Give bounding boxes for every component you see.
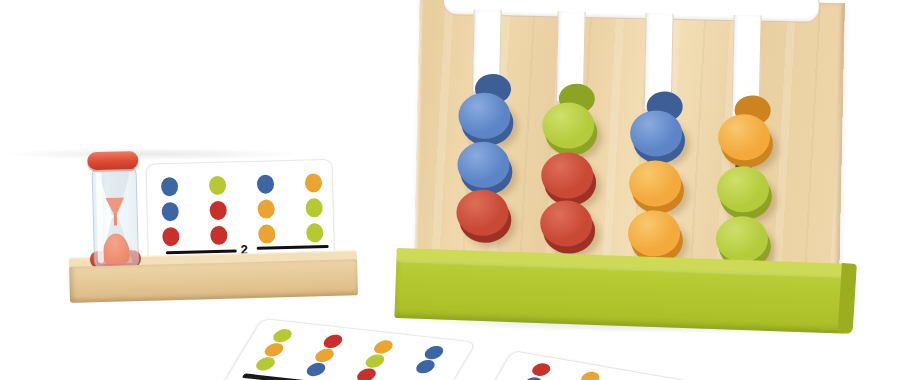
sand-timer[interactable] — [92, 166, 140, 269]
card-a-dot-blue — [413, 359, 438, 374]
card-a-dot-green — [362, 353, 387, 368]
card-a-dot-blue — [303, 362, 328, 377]
card-b-dot-orange — [578, 370, 602, 380]
disc-red[interactable] — [541, 152, 594, 199]
disc-red[interactable] — [456, 189, 509, 236]
card-a-dot-orange — [371, 339, 396, 354]
task-card-dot-green — [208, 175, 225, 194]
disc-orange[interactable] — [629, 160, 682, 207]
card-a-dot-blue — [421, 345, 446, 360]
task-card-dot-green — [305, 198, 322, 217]
timer-sand-pile — [102, 233, 130, 264]
card-a-dot-green — [270, 328, 295, 343]
card-stand-group: 2 — [60, 140, 369, 318]
base-right-end — [838, 263, 857, 334]
disc-red[interactable] — [540, 200, 593, 247]
disc-orange[interactable] — [718, 114, 771, 161]
card-a-dot-green — [253, 356, 278, 371]
disc-blue[interactable] — [458, 92, 511, 139]
task-card-line-right — [257, 245, 329, 250]
task-card-dot-orange — [304, 173, 321, 192]
disc-blue[interactable] — [457, 141, 510, 188]
task-card-dot-red — [162, 226, 179, 245]
card-a-dot-red — [320, 333, 345, 348]
card-b-dot-red — [529, 362, 553, 377]
card-b-dot-blue — [521, 376, 545, 380]
card-a-dot-orange — [312, 347, 337, 362]
task-card-dot-blue — [161, 201, 178, 220]
task-card-dot-green — [306, 223, 323, 242]
timer-sand-stream — [114, 214, 117, 226]
disc-green[interactable] — [717, 166, 770, 213]
task-card-dot-orange — [257, 199, 274, 218]
task-card-dot-blue — [256, 174, 273, 193]
wooden-rail-front — [69, 259, 358, 303]
timer-top-cap — [87, 151, 138, 170]
card-a-dot-orange — [261, 342, 286, 357]
disc-green[interactable] — [542, 102, 595, 149]
disc-green[interactable] — [715, 216, 768, 263]
product-photo-scene: 2 — [0, 0, 900, 380]
disc-blue[interactable] — [630, 110, 683, 157]
task-card-dot-orange — [258, 224, 275, 243]
disc-orange[interactable] — [628, 210, 681, 257]
puzzle-board-group — [392, 0, 874, 364]
task-card-dot-red — [210, 225, 227, 244]
pattern-card-line — [242, 373, 304, 380]
task-card-dot-red — [209, 200, 226, 219]
timer-sand-upper — [105, 197, 124, 214]
task-card[interactable]: 2 — [145, 159, 334, 261]
card-a-dot-red — [354, 367, 379, 380]
task-card-dot-blue — [160, 176, 177, 195]
